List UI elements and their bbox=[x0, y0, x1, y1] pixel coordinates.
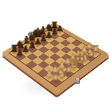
piece-black-pawn-a7: ♟ bbox=[14, 48, 26, 57]
metal-clasp-icon bbox=[75, 76, 80, 84]
chess-set-product-photo: ♜♞♝♛♚♝♞♜♟♟♟♟♟♟♟♟♟♟♟♟♟♟♟♟♜♞♝♛♚♝♞♜ bbox=[0, 0, 110, 110]
piece-white-rook-a1: ♜ bbox=[49, 72, 62, 83]
